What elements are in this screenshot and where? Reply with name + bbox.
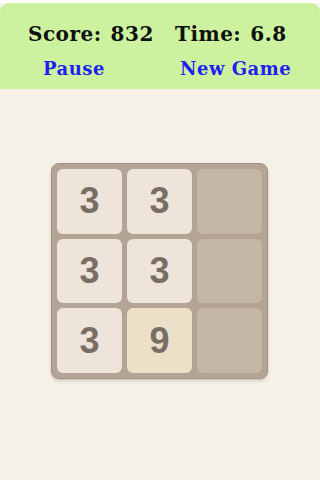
time-label: Time: xyxy=(175,22,241,46)
app-screen: Score:832 Time:6.8 Pause New Game 3 3 3 … xyxy=(0,0,320,480)
tile-r2c1[interactable]: 9 xyxy=(127,308,192,373)
tile-r1c0[interactable]: 3 xyxy=(57,239,122,304)
score-value: 832 xyxy=(111,22,154,46)
cell-r1c2[interactable] xyxy=(197,239,262,304)
time-value: 6.8 xyxy=(250,22,286,46)
score-display: Score:832 xyxy=(28,24,154,44)
cell-r0c2[interactable] xyxy=(197,169,262,234)
cell-r2c2[interactable] xyxy=(197,308,262,373)
tile-r2c0[interactable]: 3 xyxy=(57,308,122,373)
header-panel: Score:832 Time:6.8 Pause New Game xyxy=(0,3,320,89)
game-board[interactable]: 3 3 3 3 3 9 xyxy=(51,163,268,379)
score-label: Score: xyxy=(28,22,102,46)
tile-r0c1[interactable]: 3 xyxy=(127,169,192,234)
pause-button[interactable]: Pause xyxy=(43,60,105,78)
new-game-button[interactable]: New Game xyxy=(180,60,291,78)
tile-r1c1[interactable]: 3 xyxy=(127,239,192,304)
time-display: Time:6.8 xyxy=(175,24,287,44)
tile-r0c0[interactable]: 3 xyxy=(57,169,122,234)
